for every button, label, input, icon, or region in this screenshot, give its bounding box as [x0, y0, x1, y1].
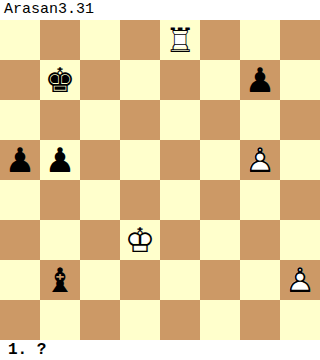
square-f1[interactable] [200, 300, 240, 340]
square-d2[interactable] [120, 260, 160, 300]
white-rook[interactable]: ♜♖ [160, 20, 200, 60]
square-a3[interactable] [0, 220, 40, 260]
square-g2[interactable] [240, 260, 280, 300]
square-h8[interactable] [280, 20, 320, 60]
square-d7[interactable] [120, 60, 160, 100]
square-c7[interactable] [80, 60, 120, 100]
black-pawn[interactable]: ♟ [40, 140, 80, 180]
square-h5[interactable] [280, 140, 320, 180]
square-f8[interactable] [200, 20, 240, 60]
square-d5[interactable] [120, 140, 160, 180]
square-g8[interactable] [240, 20, 280, 60]
square-b5[interactable]: ♟ [40, 140, 80, 180]
square-e7[interactable] [160, 60, 200, 100]
square-b2[interactable]: ♝ [40, 260, 80, 300]
white-king-outline: ♔ [120, 220, 160, 260]
square-c8[interactable] [80, 20, 120, 60]
square-f2[interactable] [200, 260, 240, 300]
square-d8[interactable] [120, 20, 160, 60]
square-e5[interactable] [160, 140, 200, 180]
square-c3[interactable] [80, 220, 120, 260]
square-d1[interactable] [120, 300, 160, 340]
square-f5[interactable] [200, 140, 240, 180]
square-f7[interactable] [200, 60, 240, 100]
square-e3[interactable] [160, 220, 200, 260]
chess-board: ♜♖♚♟♟♟♟♙♚♔♝♟♙ [0, 20, 320, 340]
square-b3[interactable] [40, 220, 80, 260]
white-pawn-outline: ♙ [240, 140, 280, 180]
move-prompt: 1. ? [0, 340, 320, 360]
square-e4[interactable] [160, 180, 200, 220]
square-h7[interactable] [280, 60, 320, 100]
square-c5[interactable] [80, 140, 120, 180]
square-f3[interactable] [200, 220, 240, 260]
black-pawn[interactable]: ♟ [0, 140, 40, 180]
square-b7[interactable]: ♚ [40, 60, 80, 100]
square-d4[interactable] [120, 180, 160, 220]
square-e2[interactable] [160, 260, 200, 300]
square-a7[interactable] [0, 60, 40, 100]
square-a2[interactable] [0, 260, 40, 300]
square-c1[interactable] [80, 300, 120, 340]
square-c2[interactable] [80, 260, 120, 300]
square-h1[interactable] [280, 300, 320, 340]
square-b1[interactable] [40, 300, 80, 340]
square-b8[interactable] [40, 20, 80, 60]
square-h2[interactable]: ♟♙ [280, 260, 320, 300]
white-rook-outline: ♖ [160, 20, 200, 60]
square-a1[interactable] [0, 300, 40, 340]
square-a6[interactable] [0, 100, 40, 140]
black-bishop[interactable]: ♝ [40, 260, 80, 300]
square-h3[interactable] [280, 220, 320, 260]
square-c6[interactable] [80, 100, 120, 140]
square-g6[interactable] [240, 100, 280, 140]
square-a5[interactable]: ♟ [0, 140, 40, 180]
black-king[interactable]: ♚ [40, 60, 80, 100]
square-d3[interactable]: ♚♔ [120, 220, 160, 260]
white-pawn[interactable]: ♟♙ [280, 260, 320, 300]
square-f6[interactable] [200, 100, 240, 140]
square-c4[interactable] [80, 180, 120, 220]
white-pawn-outline: ♙ [280, 260, 320, 300]
square-e1[interactable] [160, 300, 200, 340]
square-g4[interactable] [240, 180, 280, 220]
square-g3[interactable] [240, 220, 280, 260]
white-pawn[interactable]: ♟♙ [240, 140, 280, 180]
square-e6[interactable] [160, 100, 200, 140]
square-b6[interactable] [40, 100, 80, 140]
square-a8[interactable] [0, 20, 40, 60]
square-e8[interactable]: ♜♖ [160, 20, 200, 60]
window-title: Arasan3.31 [0, 0, 320, 20]
square-f4[interactable] [200, 180, 240, 220]
square-d6[interactable] [120, 100, 160, 140]
square-h6[interactable] [280, 100, 320, 140]
square-h4[interactable] [280, 180, 320, 220]
square-g1[interactable] [240, 300, 280, 340]
black-pawn[interactable]: ♟ [240, 60, 280, 100]
square-g5[interactable]: ♟♙ [240, 140, 280, 180]
square-g7[interactable]: ♟ [240, 60, 280, 100]
white-king[interactable]: ♚♔ [120, 220, 160, 260]
square-a4[interactable] [0, 180, 40, 220]
square-b4[interactable] [40, 180, 80, 220]
